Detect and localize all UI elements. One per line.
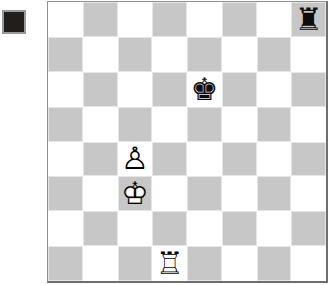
- square-a6[interactable]: [48, 72, 83, 107]
- square-g8[interactable]: [257, 2, 292, 37]
- square-b2[interactable]: [83, 211, 118, 246]
- white-rook[interactable]: ♜♖: [152, 246, 187, 281]
- white-king[interactable]: ♚♔: [118, 176, 153, 211]
- square-h5[interactable]: [291, 107, 326, 142]
- square-f5[interactable]: [222, 107, 257, 142]
- square-a8[interactable]: [48, 2, 83, 37]
- square-e8[interactable]: [187, 2, 222, 37]
- white-king-icon: ♔: [118, 176, 153, 211]
- square-e7[interactable]: [187, 37, 222, 72]
- square-c8[interactable]: [118, 2, 153, 37]
- square-h6[interactable]: [291, 72, 326, 107]
- square-e3[interactable]: [187, 176, 222, 211]
- square-g5[interactable]: [257, 107, 292, 142]
- square-c5[interactable]: [118, 107, 153, 142]
- square-h4[interactable]: [291, 142, 326, 177]
- black-to-move-indicator: [2, 10, 26, 34]
- square-d5[interactable]: [152, 107, 187, 142]
- square-f6[interactable]: [222, 72, 257, 107]
- square-f4[interactable]: [222, 142, 257, 177]
- square-e5[interactable]: [187, 107, 222, 142]
- square-h1[interactable]: [291, 246, 326, 281]
- square-h7[interactable]: [291, 37, 326, 72]
- square-b3[interactable]: [83, 176, 118, 211]
- square-a4[interactable]: [48, 142, 83, 177]
- square-f8[interactable]: [222, 2, 257, 37]
- square-f2[interactable]: [222, 211, 257, 246]
- square-f7[interactable]: [222, 37, 257, 72]
- square-a2[interactable]: [48, 211, 83, 246]
- square-e2[interactable]: [187, 211, 222, 246]
- square-a7[interactable]: [48, 37, 83, 72]
- white-rook-icon: ♖: [152, 246, 187, 281]
- square-b6[interactable]: [83, 72, 118, 107]
- square-f3[interactable]: [222, 176, 257, 211]
- square-b4[interactable]: [83, 142, 118, 177]
- square-g7[interactable]: [257, 37, 292, 72]
- square-g6[interactable]: [257, 72, 292, 107]
- square-h8[interactable]: ♜: [291, 2, 326, 37]
- square-b1[interactable]: [83, 246, 118, 281]
- square-a3[interactable]: [48, 176, 83, 211]
- square-h2[interactable]: [291, 211, 326, 246]
- square-b8[interactable]: [83, 2, 118, 37]
- square-c3[interactable]: ♚♔: [118, 176, 153, 211]
- square-a1[interactable]: [48, 246, 83, 281]
- square-c7[interactable]: [118, 37, 153, 72]
- square-c4[interactable]: ♟♙: [118, 142, 153, 177]
- square-g3[interactable]: [257, 176, 292, 211]
- chess-board[interactable]: ♜♚♟♙♚♔♜♖: [47, 1, 328, 283]
- black-king[interactable]: ♚: [187, 72, 222, 107]
- black-king-icon: ♚: [187, 72, 222, 107]
- square-h3[interactable]: [291, 176, 326, 211]
- square-g2[interactable]: [257, 211, 292, 246]
- black-rook[interactable]: ♜: [291, 2, 326, 37]
- square-e6[interactable]: ♚: [187, 72, 222, 107]
- square-c1[interactable]: [118, 246, 153, 281]
- square-f1[interactable]: [222, 246, 257, 281]
- square-d8[interactable]: [152, 2, 187, 37]
- square-d7[interactable]: [152, 37, 187, 72]
- square-e4[interactable]: [187, 142, 222, 177]
- square-d2[interactable]: [152, 211, 187, 246]
- square-g1[interactable]: [257, 246, 292, 281]
- white-pawn[interactable]: ♟♙: [118, 142, 153, 177]
- square-c6[interactable]: [118, 72, 153, 107]
- square-d4[interactable]: [152, 142, 187, 177]
- square-a5[interactable]: [48, 107, 83, 142]
- white-pawn-icon: ♙: [118, 142, 153, 177]
- square-d3[interactable]: [152, 176, 187, 211]
- chess-diagram: ♜♚♟♙♚♔♜♖: [0, 0, 328, 285]
- square-b7[interactable]: [83, 37, 118, 72]
- square-e1[interactable]: [187, 246, 222, 281]
- black-rook-icon: ♜: [291, 2, 326, 37]
- square-c2[interactable]: [118, 211, 153, 246]
- square-d6[interactable]: [152, 72, 187, 107]
- square-g4[interactable]: [257, 142, 292, 177]
- square-d1[interactable]: ♜♖: [152, 246, 187, 281]
- square-b5[interactable]: [83, 107, 118, 142]
